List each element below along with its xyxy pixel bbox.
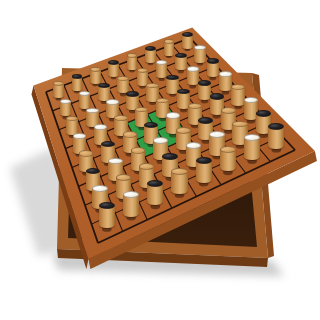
othello-scene (0, 0, 320, 320)
peg-natural[interactable] (164, 39, 175, 56)
peg-white[interactable] (244, 134, 260, 160)
peg-white[interactable] (194, 45, 206, 63)
peg-top-natural (123, 131, 137, 137)
peg-top-black (166, 75, 178, 81)
peg-top-white (153, 137, 168, 144)
peg-natural[interactable] (53, 81, 64, 98)
peg-natural[interactable] (220, 146, 236, 172)
peg-white[interactable] (123, 191, 139, 217)
peg-top-white (106, 99, 118, 105)
peg-top-white (60, 99, 72, 104)
peg-top-white (219, 71, 232, 77)
peg-top-black (210, 93, 224, 99)
peg-black[interactable] (175, 53, 187, 71)
peg-black[interactable] (207, 58, 219, 77)
peg-body (99, 206, 115, 228)
peg-top-natural (164, 39, 175, 44)
peg-top-white (209, 131, 225, 138)
peg-top-white (108, 158, 123, 165)
peg-black[interactable] (99, 202, 115, 228)
peg-top-black (182, 32, 193, 37)
peg-top-white (92, 185, 108, 192)
peg-body (244, 138, 260, 160)
peg-top-white (123, 191, 139, 198)
peg-top-natural (176, 127, 191, 134)
peg-white[interactable] (60, 99, 72, 117)
peg-top-white (166, 112, 180, 118)
peg-top-natural (131, 147, 146, 154)
peg-top-black (207, 58, 219, 64)
peg-top-natural (114, 115, 127, 121)
peg-top-black (198, 80, 211, 86)
peg-top-black (147, 180, 163, 187)
peg-top-white (186, 142, 202, 149)
peg-top-white (73, 133, 86, 139)
peg-top-black (145, 46, 156, 51)
peg-top-white (86, 108, 98, 114)
peg-top-black (108, 60, 119, 65)
peg-top-black (198, 117, 213, 124)
peg-top-natural (221, 107, 236, 114)
peg-top-natural (79, 150, 93, 156)
peg-black[interactable] (72, 74, 83, 91)
peg-top-black (175, 53, 187, 58)
peg-black[interactable] (196, 157, 212, 183)
peg-top-black (256, 110, 272, 117)
peg-top-white (187, 66, 199, 72)
peg-top-white (94, 124, 107, 130)
peg-top-black (126, 91, 138, 97)
peg-top-black (162, 153, 178, 160)
peg-natural[interactable] (171, 168, 187, 194)
peg-black[interactable] (147, 180, 163, 206)
peg-black[interactable] (108, 60, 119, 77)
peg-black[interactable] (145, 46, 156, 63)
peg-top-black (101, 141, 115, 147)
peg-black[interactable] (182, 32, 193, 49)
peg-black[interactable] (268, 123, 284, 149)
peg-white[interactable] (219, 71, 232, 92)
peg-natural[interactable] (90, 67, 101, 84)
peg-top-natural (188, 103, 202, 109)
peg-top-natural (220, 146, 236, 153)
peg-white[interactable] (79, 91, 91, 109)
peg-top-white (194, 45, 206, 50)
peg-top-black (196, 157, 212, 164)
peg-top-natural (117, 76, 129, 81)
peg-top-natural (90, 67, 101, 72)
peg-top-natural (116, 174, 132, 181)
peg-body (171, 172, 187, 194)
